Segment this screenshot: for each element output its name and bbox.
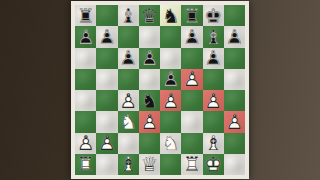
square-a8[interactable]: ♜♖ [75, 5, 96, 26]
square-c7[interactable] [118, 26, 139, 47]
piece-glyph-outline: ♖ [181, 5, 202, 26]
square-c4[interactable]: ♟♙ [118, 90, 139, 111]
piece-glyph-outline: ♙ [203, 48, 224, 69]
square-b2[interactable]: ♟♙ [96, 133, 117, 154]
square-d2[interactable] [139, 133, 160, 154]
piece-glyph-outline: ♙ [118, 90, 139, 111]
piece-glyph-outline: ♗ [203, 133, 224, 154]
piece-glyph-fill: ♞ [139, 90, 160, 111]
piece-glyph-fill: ♝ [118, 154, 139, 175]
piece-glyph-fill: ♜ [75, 5, 96, 26]
square-g4[interactable]: ♟♙ [203, 90, 224, 111]
piece-glyph-fill: ♟ [203, 48, 224, 69]
black-knight: ♞♘ [160, 5, 181, 26]
black-rook: ♜♖ [75, 5, 96, 26]
square-h6[interactable] [224, 48, 245, 69]
square-e5[interactable]: ♟♙ [160, 69, 181, 90]
square-b8[interactable] [96, 5, 117, 26]
square-c1[interactable]: ♝♗ [118, 154, 139, 175]
white-king: ♚♔ [203, 154, 224, 175]
piece-glyph-fill: ♟ [96, 133, 117, 154]
square-f4[interactable] [181, 90, 202, 111]
piece-glyph-outline: ♙ [75, 26, 96, 47]
square-e1[interactable] [160, 154, 181, 175]
white-pawn: ♟♙ [96, 133, 117, 154]
piece-glyph-outline: ♙ [181, 69, 202, 90]
piece-glyph-outline: ♔ [203, 154, 224, 175]
piece-glyph-outline: ♙ [96, 26, 117, 47]
piece-glyph-fill: ♜ [181, 5, 202, 26]
square-g2[interactable]: ♝♗ [203, 133, 224, 154]
piece-glyph-outline: ♗ [203, 26, 224, 47]
square-d8[interactable]: ♛♕ [139, 5, 160, 26]
square-b4[interactable] [96, 90, 117, 111]
white-pawn: ♟♙ [118, 90, 139, 111]
piece-glyph-outline: ♙ [224, 111, 245, 132]
white-pawn: ♟♙ [160, 90, 181, 111]
black-bishop: ♝♗ [118, 5, 139, 26]
square-c5[interactable] [118, 69, 139, 90]
square-h5[interactable] [224, 69, 245, 90]
square-d1[interactable]: ♛♕ [139, 154, 160, 175]
piece-glyph-fill: ♛ [139, 154, 160, 175]
square-h3[interactable]: ♟♙ [224, 111, 245, 132]
white-bishop: ♝♗ [118, 154, 139, 175]
chessboard-frame: ♜♖♝♗♛♕♞♘♜♖♚♔♟♙♟♙♟♙♝♗♟♙♟♙♟♙♟♙♟♙♟♙♟♙♞♘♟♙♟♙… [71, 1, 249, 179]
square-f7[interactable]: ♟♙ [181, 26, 202, 47]
square-h2[interactable] [224, 133, 245, 154]
piece-glyph-fill: ♟ [75, 26, 96, 47]
black-pawn: ♟♙ [75, 26, 96, 47]
piece-glyph-fill: ♟ [224, 111, 245, 132]
white-knight: ♞♘ [118, 111, 139, 132]
piece-glyph-fill: ♟ [118, 48, 139, 69]
square-f1[interactable]: ♜♖ [181, 154, 202, 175]
piece-glyph-fill: ♟ [160, 69, 181, 90]
square-g1[interactable]: ♚♔ [203, 154, 224, 175]
piece-glyph-outline: ♖ [181, 154, 202, 175]
piece-glyph-fill: ♚ [203, 5, 224, 26]
white-rook: ♜♖ [181, 154, 202, 175]
black-pawn: ♟♙ [224, 26, 245, 47]
piece-glyph-outline: ♖ [75, 154, 96, 175]
square-c3[interactable]: ♞♘ [118, 111, 139, 132]
piece-glyph-outline: ♗ [118, 5, 139, 26]
chessboard: ♜♖♝♗♛♕♞♘♜♖♚♔♟♙♟♙♟♙♝♗♟♙♟♙♟♙♟♙♟♙♟♙♟♙♞♘♟♙♟♙… [75, 5, 245, 175]
square-c6[interactable]: ♟♙ [118, 48, 139, 69]
white-pawn: ♟♙ [181, 69, 202, 90]
piece-glyph-fill: ♞ [118, 111, 139, 132]
square-h1[interactable] [224, 154, 245, 175]
black-pawn: ♟♙ [203, 48, 224, 69]
piece-glyph-fill: ♟ [139, 111, 160, 132]
square-b5[interactable] [96, 69, 117, 90]
square-b6[interactable] [96, 48, 117, 69]
square-a4[interactable] [75, 90, 96, 111]
square-f8[interactable]: ♜♖ [181, 5, 202, 26]
black-bishop: ♝♗ [203, 26, 224, 47]
square-a7[interactable]: ♟♙ [75, 26, 96, 47]
thumbnail-background: ♜♖♝♗♛♕♞♘♜♖♚♔♟♙♟♙♟♙♝♗♟♙♟♙♟♙♟♙♟♙♟♙♟♙♞♘♟♙♟♙… [0, 0, 320, 180]
square-e4[interactable]: ♟♙ [160, 90, 181, 111]
square-e3[interactable] [160, 111, 181, 132]
white-pawn: ♟♙ [224, 111, 245, 132]
square-g5[interactable] [203, 69, 224, 90]
piece-glyph-fill: ♟ [96, 26, 117, 47]
piece-glyph-outline: ♘ [139, 90, 160, 111]
square-d4[interactable]: ♞♘ [139, 90, 160, 111]
piece-glyph-outline: ♙ [224, 26, 245, 47]
black-pawn: ♟♙ [139, 48, 160, 69]
piece-glyph-fill: ♟ [224, 26, 245, 47]
piece-glyph-fill: ♜ [75, 154, 96, 175]
square-e8[interactable]: ♞♘ [160, 5, 181, 26]
square-h7[interactable]: ♟♙ [224, 26, 245, 47]
piece-glyph-outline: ♘ [160, 133, 181, 154]
square-a6[interactable] [75, 48, 96, 69]
black-king: ♚♔ [203, 5, 224, 26]
square-h8[interactable] [224, 5, 245, 26]
square-g8[interactable]: ♚♔ [203, 5, 224, 26]
square-f2[interactable] [181, 133, 202, 154]
piece-glyph-fill: ♟ [75, 133, 96, 154]
square-a3[interactable] [75, 111, 96, 132]
white-pawn: ♟♙ [139, 111, 160, 132]
white-rook: ♜♖ [75, 154, 96, 175]
piece-glyph-fill: ♞ [160, 133, 181, 154]
black-queen: ♛♕ [139, 5, 160, 26]
piece-glyph-outline: ♘ [160, 5, 181, 26]
piece-glyph-outline: ♙ [160, 69, 181, 90]
square-d7[interactable] [139, 26, 160, 47]
piece-glyph-fill: ♛ [139, 5, 160, 26]
square-b7[interactable]: ♟♙ [96, 26, 117, 47]
piece-glyph-outline: ♙ [139, 111, 160, 132]
black-knight: ♞♘ [139, 90, 160, 111]
piece-glyph-fill: ♝ [203, 26, 224, 47]
square-g6[interactable]: ♟♙ [203, 48, 224, 69]
piece-glyph-fill: ♟ [139, 48, 160, 69]
piece-glyph-fill: ♟ [160, 90, 181, 111]
square-f6[interactable] [181, 48, 202, 69]
piece-glyph-outline: ♙ [118, 48, 139, 69]
square-a5[interactable] [75, 69, 96, 90]
square-h4[interactable] [224, 90, 245, 111]
square-d6[interactable]: ♟♙ [139, 48, 160, 69]
square-d5[interactable] [139, 69, 160, 90]
piece-glyph-outline: ♙ [160, 90, 181, 111]
piece-glyph-outline: ♙ [139, 48, 160, 69]
black-rook: ♜♖ [181, 5, 202, 26]
white-knight: ♞♘ [160, 133, 181, 154]
piece-glyph-outline: ♘ [118, 111, 139, 132]
piece-glyph-fill: ♝ [203, 133, 224, 154]
square-d3[interactable]: ♟♙ [139, 111, 160, 132]
black-pawn: ♟♙ [96, 26, 117, 47]
square-e2[interactable]: ♞♘ [160, 133, 181, 154]
square-g3[interactable] [203, 111, 224, 132]
square-b3[interactable] [96, 111, 117, 132]
square-e6[interactable] [160, 48, 181, 69]
square-a2[interactable]: ♟♙ [75, 133, 96, 154]
white-bishop: ♝♗ [203, 133, 224, 154]
piece-glyph-fill: ♝ [118, 5, 139, 26]
square-e7[interactable] [160, 26, 181, 47]
piece-glyph-fill: ♟ [181, 69, 202, 90]
piece-glyph-outline: ♗ [118, 154, 139, 175]
piece-glyph-fill: ♟ [181, 26, 202, 47]
square-f3[interactable] [181, 111, 202, 132]
square-c2[interactable] [118, 133, 139, 154]
piece-glyph-fill: ♚ [203, 154, 224, 175]
white-pawn: ♟♙ [203, 90, 224, 111]
piece-glyph-outline: ♖ [75, 5, 96, 26]
black-pawn: ♟♙ [181, 26, 202, 47]
square-a1[interactable]: ♜♖ [75, 154, 96, 175]
black-pawn: ♟♙ [160, 69, 181, 90]
piece-glyph-outline: ♕ [139, 5, 160, 26]
piece-glyph-outline: ♕ [139, 154, 160, 175]
piece-glyph-outline: ♔ [203, 5, 224, 26]
square-c8[interactable]: ♝♗ [118, 5, 139, 26]
piece-glyph-fill: ♟ [118, 90, 139, 111]
white-pawn: ♟♙ [75, 133, 96, 154]
white-queen: ♛♕ [139, 154, 160, 175]
square-g7[interactable]: ♝♗ [203, 26, 224, 47]
square-f5[interactable]: ♟♙ [181, 69, 202, 90]
piece-glyph-outline: ♙ [75, 133, 96, 154]
piece-glyph-outline: ♙ [203, 90, 224, 111]
piece-glyph-outline: ♙ [181, 26, 202, 47]
piece-glyph-outline: ♙ [96, 133, 117, 154]
square-b1[interactable] [96, 154, 117, 175]
piece-glyph-fill: ♟ [203, 90, 224, 111]
piece-glyph-fill: ♜ [181, 154, 202, 175]
piece-glyph-fill: ♞ [160, 5, 181, 26]
black-pawn: ♟♙ [118, 48, 139, 69]
